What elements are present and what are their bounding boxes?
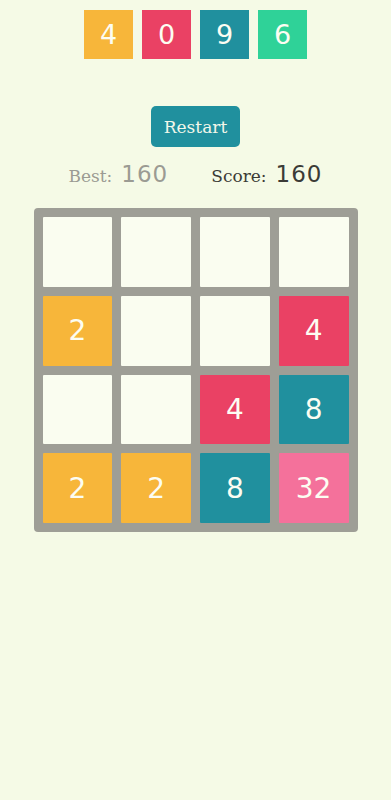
tile-2-r4c1: 2 <box>43 453 113 523</box>
tile-4-r3c3: 4 <box>200 375 270 445</box>
current-score-value: 160 <box>276 161 323 187</box>
tile-4-r2c4: 4 <box>279 296 349 366</box>
current-score-label: Score: <box>211 166 266 186</box>
game-board[interactable]: 244822832 <box>34 208 358 532</box>
empty-cell-r3c2 <box>121 375 191 445</box>
tile-8-r3c4: 8 <box>279 375 349 445</box>
logo-tile-0: 0 <box>142 10 191 59</box>
tile-8-r4c3: 8 <box>200 453 270 523</box>
best-score-label: Best: <box>69 166 113 186</box>
restart-row: Restart <box>0 106 391 147</box>
tile-2-r2c1: 2 <box>43 296 113 366</box>
current-score: Score: 160 <box>211 161 322 187</box>
tile-32-r4c4: 32 <box>279 453 349 523</box>
empty-cell-r1c2 <box>121 217 191 287</box>
app-root: 4096 Restart Best: 160 Score: 160 244822… <box>0 0 391 800</box>
empty-cell-r2c2 <box>121 296 191 366</box>
game-logo: 4096 <box>0 0 391 59</box>
empty-cell-r1c4 <box>279 217 349 287</box>
empty-cell-r1c1 <box>43 217 113 287</box>
logo-tile-4: 4 <box>84 10 133 59</box>
score-row: Best: 160 Score: 160 <box>0 161 391 191</box>
logo-tile-9: 9 <box>200 10 249 59</box>
empty-cell-r3c1 <box>43 375 113 445</box>
logo-tile-6: 6 <box>258 10 307 59</box>
best-score-value: 160 <box>121 161 168 187</box>
tile-2-r4c2: 2 <box>121 453 191 523</box>
empty-cell-r1c3 <box>200 217 270 287</box>
restart-button[interactable]: Restart <box>151 106 240 147</box>
empty-cell-r2c3 <box>200 296 270 366</box>
best-score: Best: 160 <box>69 161 169 187</box>
